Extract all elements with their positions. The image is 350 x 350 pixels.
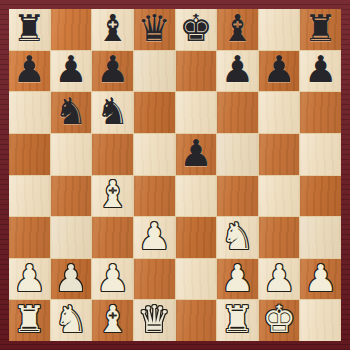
white-pawn: ♟ (304, 260, 337, 297)
square-h5[interactable] (300, 134, 341, 175)
square-a5[interactable] (9, 134, 50, 175)
square-a8[interactable]: ♜ (9, 9, 50, 50)
square-b6[interactable]: ♞ (51, 92, 92, 133)
white-pawn: ♟ (138, 218, 171, 255)
square-g3[interactable] (259, 217, 300, 258)
square-g7[interactable]: ♟ (259, 51, 300, 92)
square-b5[interactable] (51, 134, 92, 175)
square-c1[interactable]: ♝ (92, 300, 133, 341)
black-bishop: ♝ (221, 10, 254, 47)
square-b7[interactable]: ♟ (51, 51, 92, 92)
square-h1[interactable] (300, 300, 341, 341)
board-grid: ♜♝♛♚♝♜♟♟♟♟♟♟♞♞♟♝♟♞♟♟♟♟♟♟♜♞♝♛♜♚ (9, 9, 341, 341)
square-d3[interactable]: ♟ (134, 217, 175, 258)
square-b3[interactable] (51, 217, 92, 258)
white-rook: ♜ (13, 301, 46, 338)
square-g2[interactable]: ♟ (259, 259, 300, 300)
square-c8[interactable]: ♝ (92, 9, 133, 50)
square-e4[interactable] (176, 176, 217, 217)
square-h6[interactable] (300, 92, 341, 133)
square-b4[interactable] (51, 176, 92, 217)
white-pawn: ♟ (262, 260, 295, 297)
square-g4[interactable] (259, 176, 300, 217)
square-c5[interactable] (92, 134, 133, 175)
black-pawn: ♟ (262, 51, 295, 88)
square-g1[interactable]: ♚ (259, 300, 300, 341)
square-g6[interactable] (259, 92, 300, 133)
square-f6[interactable] (217, 92, 258, 133)
black-bishop: ♝ (96, 10, 129, 47)
black-pawn: ♟ (304, 51, 337, 88)
black-knight: ♞ (54, 93, 87, 130)
square-g5[interactable] (259, 134, 300, 175)
white-knight: ♞ (221, 218, 254, 255)
square-f3[interactable]: ♞ (217, 217, 258, 258)
square-f2[interactable]: ♟ (217, 259, 258, 300)
square-h3[interactable] (300, 217, 341, 258)
black-pawn: ♟ (54, 51, 87, 88)
square-a6[interactable] (9, 92, 50, 133)
square-h7[interactable]: ♟ (300, 51, 341, 92)
square-d5[interactable] (134, 134, 175, 175)
black-pawn: ♟ (221, 51, 254, 88)
square-d8[interactable]: ♛ (134, 9, 175, 50)
square-a1[interactable]: ♜ (9, 300, 50, 341)
square-f1[interactable]: ♜ (217, 300, 258, 341)
white-knight: ♞ (54, 301, 87, 338)
square-c3[interactable] (92, 217, 133, 258)
square-a3[interactable] (9, 217, 50, 258)
square-e8[interactable]: ♚ (176, 9, 217, 50)
white-rook: ♜ (221, 301, 254, 338)
black-king: ♚ (179, 10, 212, 47)
square-d7[interactable] (134, 51, 175, 92)
square-f4[interactable] (217, 176, 258, 217)
square-h8[interactable]: ♜ (300, 9, 341, 50)
square-h2[interactable]: ♟ (300, 259, 341, 300)
white-king: ♚ (262, 301, 295, 338)
square-e1[interactable] (176, 300, 217, 341)
white-pawn: ♟ (54, 260, 87, 297)
square-e5[interactable]: ♟ (176, 134, 217, 175)
square-c2[interactable]: ♟ (92, 259, 133, 300)
square-a7[interactable]: ♟ (9, 51, 50, 92)
square-a2[interactable]: ♟ (9, 259, 50, 300)
chess-board: ♜♝♛♚♝♜♟♟♟♟♟♟♞♞♟♝♟♞♟♟♟♟♟♟♜♞♝♛♜♚ (0, 0, 350, 350)
square-b1[interactable]: ♞ (51, 300, 92, 341)
black-queen: ♛ (138, 10, 171, 47)
square-c7[interactable]: ♟ (92, 51, 133, 92)
black-rook: ♜ (13, 10, 46, 47)
black-pawn: ♟ (13, 51, 46, 88)
square-f7[interactable]: ♟ (217, 51, 258, 92)
square-f5[interactable] (217, 134, 258, 175)
square-c4[interactable]: ♝ (92, 176, 133, 217)
square-b2[interactable]: ♟ (51, 259, 92, 300)
white-bishop: ♝ (96, 176, 129, 213)
square-e7[interactable] (176, 51, 217, 92)
square-b8[interactable] (51, 9, 92, 50)
white-bishop: ♝ (96, 301, 129, 338)
white-pawn: ♟ (13, 260, 46, 297)
square-a4[interactable] (9, 176, 50, 217)
square-e2[interactable] (176, 259, 217, 300)
square-d2[interactable] (134, 259, 175, 300)
black-pawn: ♟ (179, 135, 212, 172)
square-e6[interactable] (176, 92, 217, 133)
square-e3[interactable] (176, 217, 217, 258)
white-queen: ♛ (138, 301, 171, 338)
square-d1[interactable]: ♛ (134, 300, 175, 341)
square-g8[interactable] (259, 9, 300, 50)
black-knight: ♞ (96, 93, 129, 130)
square-c6[interactable]: ♞ (92, 92, 133, 133)
black-rook: ♜ (304, 10, 337, 47)
square-f8[interactable]: ♝ (217, 9, 258, 50)
square-d6[interactable] (134, 92, 175, 133)
black-pawn: ♟ (96, 51, 129, 88)
white-pawn: ♟ (96, 260, 129, 297)
white-pawn: ♟ (221, 260, 254, 297)
square-d4[interactable] (134, 176, 175, 217)
square-h4[interactable] (300, 176, 341, 217)
